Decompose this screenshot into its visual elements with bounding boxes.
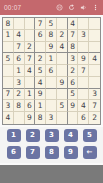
- keypad-row-1: 12345: [7, 129, 97, 142]
- sudoku-cell-r5c8[interactable]: 7: [78, 65, 89, 77]
- sudoku-cell-r3c7[interactable]: 8: [68, 42, 79, 54]
- sudoku-cell-r7c1[interactable]: 7: [3, 89, 14, 101]
- sudoku-cell-r5c5[interactable]: 6: [46, 65, 57, 77]
- sudoku-cell-r1c2[interactable]: [14, 18, 25, 30]
- sudoku-cell-r8c1[interactable]: 3: [3, 100, 14, 112]
- sudoku-cell-r9c6[interactable]: [57, 112, 68, 124]
- keypad-button-7[interactable]: 7: [26, 146, 40, 159]
- sudoku-cell-r1c4[interactable]: 7: [35, 18, 46, 30]
- sudoku-cell-r6c6[interactable]: 9: [57, 77, 68, 89]
- sudoku-cell-r1c9[interactable]: [89, 18, 100, 30]
- sudoku-cell-r1c5[interactable]: 5: [46, 18, 57, 30]
- sudoku-cell-r2c3[interactable]: [25, 30, 36, 42]
- sudoku-cell-r4c2[interactable]: 6: [14, 53, 25, 65]
- sudoku-cell-r3c5[interactable]: 9: [46, 42, 57, 54]
- sudoku-cell-r6c3[interactable]: [25, 77, 36, 89]
- sudoku-cell-r1c3[interactable]: [25, 18, 36, 30]
- menu-icon[interactable]: [92, 4, 99, 11]
- sudoku-cell-r6c7[interactable]: 6: [68, 77, 79, 89]
- sudoku-cell-r7c5[interactable]: [46, 89, 57, 101]
- sudoku-cell-r4c7[interactable]: 3: [68, 53, 79, 65]
- sudoku-cell-r4c9[interactable]: 4: [89, 53, 100, 65]
- sudoku-cell-r9c8[interactable]: 6: [78, 112, 89, 124]
- sudoku-cell-r7c4[interactable]: 9: [35, 89, 46, 101]
- sudoku-cell-r6c9[interactable]: [89, 77, 100, 89]
- bottom-bar: [0, 165, 103, 183]
- sudoku-cell-r1c1[interactable]: 8: [3, 18, 14, 30]
- sudoku-cell-r7c8[interactable]: [78, 89, 89, 101]
- keypad-button-9[interactable]: 9: [64, 146, 78, 159]
- sudoku-cell-r4c1[interactable]: 5: [3, 53, 14, 65]
- sudoku-cell-r5c1[interactable]: [3, 65, 14, 77]
- sudoku-cell-r4c3[interactable]: 7: [25, 53, 36, 65]
- sudoku-cell-r2c8[interactable]: 3: [78, 30, 89, 42]
- sudoku-cell-r3c1[interactable]: [3, 42, 14, 54]
- keypad-button-1[interactable]: 1: [7, 129, 21, 142]
- restart-icon[interactable]: [68, 4, 75, 11]
- sudoku-cell-r8c5[interactable]: [46, 100, 57, 112]
- sudoku-cell-r8c3[interactable]: 6: [25, 100, 36, 112]
- sudoku-cell-r9c9[interactable]: 2: [89, 112, 100, 124]
- sudoku-cell-r4c5[interactable]: 1: [46, 53, 57, 65]
- sudoku-cell-r5c4[interactable]: 5: [35, 65, 46, 77]
- keypad-row-2: 6789←: [7, 146, 97, 159]
- keypad-button-8[interactable]: 8: [45, 146, 59, 159]
- sudoku-cell-r2c2[interactable]: 4: [14, 30, 25, 42]
- pause-icon[interactable]: [56, 4, 63, 11]
- sudoku-cell-r2c1[interactable]: 1: [3, 30, 14, 42]
- sudoku-cell-r2c5[interactable]: 8: [46, 30, 57, 42]
- sudoku-cell-r6c4[interactable]: 4: [35, 77, 46, 89]
- sudoku-cell-r9c4[interactable]: 8: [35, 112, 46, 124]
- sudoku-cell-r5c9[interactable]: [89, 65, 100, 77]
- sudoku-cell-r7c3[interactable]: 1: [25, 89, 36, 101]
- sudoku-board: 8754146827372948567213941456273496721953…: [2, 17, 101, 125]
- sudoku-cell-r8c9[interactable]: 7: [89, 100, 100, 112]
- sudoku-cell-r7c6[interactable]: [57, 89, 68, 101]
- sudoku-cell-r9c5[interactable]: 3: [46, 112, 57, 124]
- sudoku-cell-r6c8[interactable]: [78, 77, 89, 89]
- sudoku-cell-r4c4[interactable]: 2: [35, 53, 46, 65]
- sudoku-cell-r2c9[interactable]: [89, 30, 100, 42]
- sudoku-cell-r8c2[interactable]: 8: [14, 100, 25, 112]
- sudoku-cell-r8c7[interactable]: 9: [68, 100, 79, 112]
- keypad-button-6[interactable]: 6: [7, 146, 21, 159]
- app-bar-icons: [56, 4, 99, 11]
- sudoku-cell-r9c7[interactable]: [68, 112, 79, 124]
- sudoku-cell-r3c9[interactable]: [89, 42, 100, 54]
- sudoku-cell-r5c7[interactable]: 2: [68, 65, 79, 77]
- sudoku-cell-r6c1[interactable]: [3, 77, 14, 89]
- sudoku-cell-r7c2[interactable]: 2: [14, 89, 25, 101]
- timer-label: 00:07: [4, 4, 21, 11]
- sudoku-cell-r6c2[interactable]: 3: [14, 77, 25, 89]
- app-bar: 00:07: [0, 0, 103, 15]
- sound-icon[interactable]: [80, 4, 87, 11]
- sudoku-cell-r7c7[interactable]: 5: [68, 89, 79, 101]
- sudoku-cell-r4c8[interactable]: 9: [78, 53, 89, 65]
- sudoku-cell-r8c4[interactable]: 1: [35, 100, 46, 112]
- sudoku-cell-r9c1[interactable]: 4: [3, 112, 14, 124]
- sudoku-cell-r9c2[interactable]: [14, 112, 25, 124]
- sudoku-cell-r8c6[interactable]: 5: [57, 100, 68, 112]
- number-keypad: 123456789←: [0, 127, 103, 163]
- sudoku-cell-r5c2[interactable]: 1: [14, 65, 25, 77]
- sudoku-cell-r1c8[interactable]: [78, 18, 89, 30]
- sudoku-cell-r1c7[interactable]: 4: [68, 18, 79, 30]
- sudoku-cell-r5c6[interactable]: [57, 65, 68, 77]
- sudoku-cell-r3c2[interactable]: 7: [14, 42, 25, 54]
- keypad-button-4[interactable]: 4: [64, 129, 78, 142]
- sudoku-cell-r3c4[interactable]: [35, 42, 46, 54]
- sudoku-cell-r3c8[interactable]: [78, 42, 89, 54]
- sudoku-cell-r6c5[interactable]: [46, 77, 57, 89]
- keypad-button-5[interactable]: 5: [83, 129, 97, 142]
- sudoku-cell-r3c6[interactable]: 4: [57, 42, 68, 54]
- keypad-button-2[interactable]: 2: [26, 129, 40, 142]
- keypad-button-3[interactable]: 3: [45, 129, 59, 142]
- sudoku-cell-r2c6[interactable]: 2: [57, 30, 68, 42]
- sudoku-cell-r9c3[interactable]: 9: [25, 112, 36, 124]
- sudoku-cell-r3c3[interactable]: 2: [25, 42, 36, 54]
- sudoku-cell-r4c6[interactable]: [57, 53, 68, 65]
- sudoku-cell-r2c4[interactable]: 6: [35, 30, 46, 42]
- sudoku-cell-r7c9[interactable]: 3: [89, 89, 100, 101]
- sudoku-cell-r1c6[interactable]: [57, 18, 68, 30]
- sudoku-cell-r5c3[interactable]: 4: [25, 65, 36, 77]
- sudoku-cell-r8c8[interactable]: 4: [78, 100, 89, 112]
- backspace-button[interactable]: ←: [83, 146, 97, 159]
- sudoku-app-screen: 00:07: [0, 0, 103, 183]
- sudoku-cell-r2c7[interactable]: 7: [68, 30, 79, 42]
